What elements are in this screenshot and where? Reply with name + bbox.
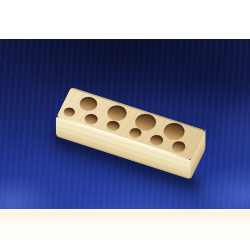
front-small-pit-2[interactable]	[83, 112, 99, 125]
front-small-pit-6[interactable]	[170, 140, 187, 154]
front-small-pit-3[interactable]	[105, 119, 121, 132]
front-small-pit-4[interactable]	[127, 127, 142, 139]
front-small-pit-5[interactable]	[149, 133, 165, 146]
white-band-bottom	[0, 209, 250, 250]
product-photo	[0, 0, 250, 250]
white-band-top	[0, 0, 250, 39]
front-small-pit-1[interactable]	[62, 106, 76, 117]
